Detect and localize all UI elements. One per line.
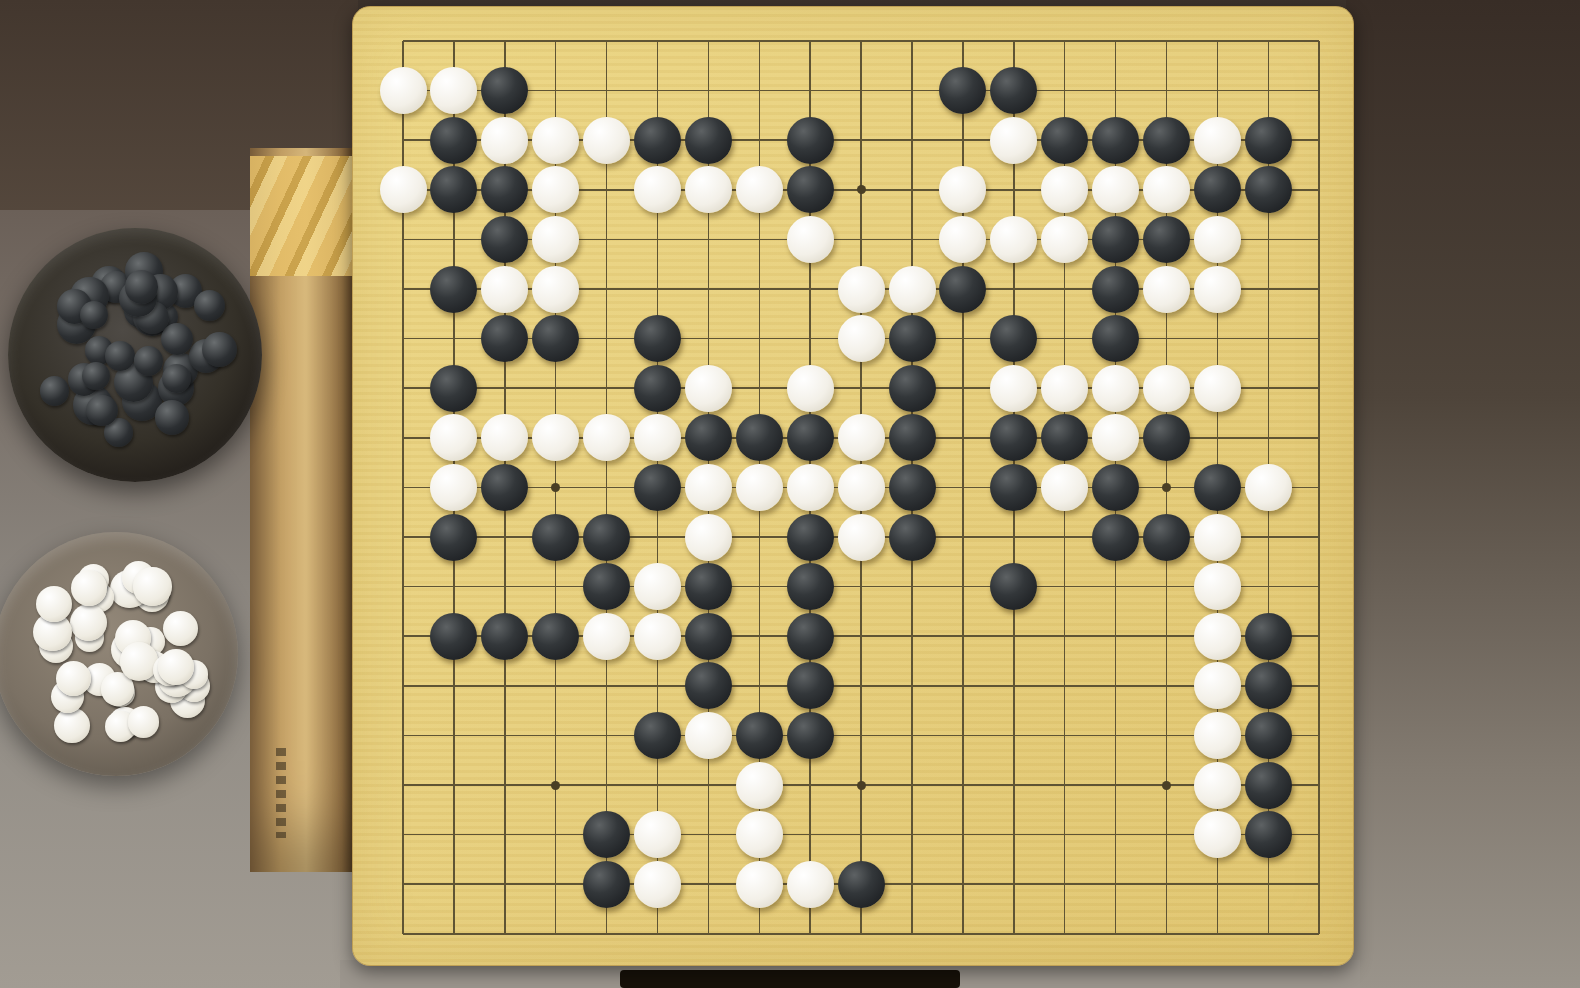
white-stone bbox=[1194, 216, 1241, 263]
black-stone bbox=[990, 464, 1037, 511]
white-stone bbox=[634, 414, 681, 461]
white-stone bbox=[1194, 662, 1241, 709]
loose-black-stone bbox=[162, 364, 191, 393]
white-stone bbox=[787, 365, 834, 412]
white-stone bbox=[430, 464, 477, 511]
black-stone bbox=[787, 712, 834, 759]
white-stone bbox=[481, 266, 528, 313]
star-point bbox=[1162, 483, 1171, 492]
board-gridline bbox=[403, 834, 1319, 836]
white-stone bbox=[736, 464, 783, 511]
black-stone bbox=[1092, 464, 1139, 511]
black-stone bbox=[634, 117, 681, 164]
loose-white-stone bbox=[163, 611, 198, 646]
black-stone bbox=[634, 464, 681, 511]
loose-black-stone bbox=[80, 301, 108, 329]
black-stone bbox=[430, 266, 477, 313]
black-stone bbox=[838, 861, 885, 908]
loose-white-stone bbox=[128, 706, 160, 738]
white-stone bbox=[736, 762, 783, 809]
board-gridline bbox=[1318, 41, 1320, 934]
white-stone bbox=[1092, 365, 1139, 412]
loose-black-stone bbox=[194, 290, 225, 321]
white-stone bbox=[634, 166, 681, 213]
white-stone bbox=[1194, 514, 1241, 561]
white-stone bbox=[1194, 811, 1241, 858]
black-stone bbox=[583, 861, 630, 908]
loose-black-stone bbox=[105, 341, 135, 371]
black-stone bbox=[1194, 464, 1241, 511]
black-stone bbox=[1245, 762, 1292, 809]
white-stone bbox=[838, 464, 885, 511]
white-stone bbox=[838, 514, 885, 561]
black-stone bbox=[481, 315, 528, 362]
white-stone bbox=[583, 117, 630, 164]
black-stone bbox=[1092, 266, 1139, 313]
white-stone bbox=[532, 117, 579, 164]
black-stone bbox=[481, 67, 528, 114]
black-stone bbox=[430, 514, 477, 561]
white-stone bbox=[685, 514, 732, 561]
black-stone bbox=[1245, 811, 1292, 858]
black-stone bbox=[787, 514, 834, 561]
box-side-markings bbox=[276, 748, 286, 838]
white-stone bbox=[1041, 166, 1088, 213]
black-stone bbox=[634, 712, 681, 759]
white-stone-bowl bbox=[0, 532, 238, 776]
white-stone bbox=[838, 414, 885, 461]
white-stone bbox=[1143, 365, 1190, 412]
black-stone bbox=[481, 613, 528, 660]
black-stone bbox=[634, 315, 681, 362]
wooden-storage-box bbox=[250, 148, 352, 872]
loose-white-stone bbox=[133, 567, 171, 605]
gold-ribbon-pattern bbox=[250, 156, 352, 276]
white-stone bbox=[939, 166, 986, 213]
black-stone bbox=[685, 117, 732, 164]
white-stone bbox=[1092, 166, 1139, 213]
black-stone bbox=[1245, 712, 1292, 759]
white-stone bbox=[685, 712, 732, 759]
star-point bbox=[551, 781, 560, 790]
black-stone-bowl bbox=[8, 228, 262, 482]
white-stone bbox=[889, 266, 936, 313]
white-stone bbox=[532, 166, 579, 213]
white-stone bbox=[1092, 414, 1139, 461]
board-gridline bbox=[403, 933, 1319, 935]
black-stone bbox=[787, 662, 834, 709]
black-stone bbox=[583, 563, 630, 610]
loose-white-stone bbox=[36, 586, 72, 622]
white-stone bbox=[990, 365, 1037, 412]
white-stone bbox=[1194, 613, 1241, 660]
board-gridline bbox=[403, 586, 1319, 588]
black-stone bbox=[1092, 514, 1139, 561]
white-stone bbox=[634, 563, 681, 610]
white-stone bbox=[685, 166, 732, 213]
loose-black-stone bbox=[86, 395, 117, 426]
white-stone bbox=[736, 166, 783, 213]
white-stone bbox=[1194, 563, 1241, 610]
black-stone bbox=[634, 365, 681, 412]
white-stone bbox=[685, 464, 732, 511]
black-stone bbox=[430, 117, 477, 164]
white-stone bbox=[1194, 762, 1241, 809]
black-stone bbox=[685, 414, 732, 461]
white-stone bbox=[380, 67, 427, 114]
black-stone bbox=[430, 613, 477, 660]
loose-white-stone bbox=[158, 649, 194, 685]
black-stone bbox=[481, 216, 528, 263]
white-stone bbox=[532, 414, 579, 461]
black-stone bbox=[889, 514, 936, 561]
white-stone bbox=[939, 216, 986, 263]
white-stone bbox=[1194, 712, 1241, 759]
go-game-photo bbox=[0, 0, 1580, 988]
loose-black-stone bbox=[40, 376, 70, 406]
black-stone bbox=[1143, 117, 1190, 164]
black-stone bbox=[787, 166, 834, 213]
white-stone bbox=[583, 613, 630, 660]
black-stone bbox=[1041, 117, 1088, 164]
black-stone bbox=[685, 662, 732, 709]
white-stone bbox=[430, 414, 477, 461]
black-stone bbox=[481, 464, 528, 511]
white-stone bbox=[1143, 166, 1190, 213]
white-stone bbox=[787, 861, 834, 908]
white-stone bbox=[1194, 117, 1241, 164]
black-stone bbox=[990, 67, 1037, 114]
white-stone bbox=[1143, 266, 1190, 313]
white-stone bbox=[380, 166, 427, 213]
loose-white-stone bbox=[120, 642, 159, 681]
black-stone bbox=[787, 613, 834, 660]
white-stone bbox=[787, 216, 834, 263]
black-stone bbox=[939, 67, 986, 114]
star-point bbox=[551, 483, 560, 492]
black-stone bbox=[889, 315, 936, 362]
loose-white-stone bbox=[56, 661, 91, 696]
white-stone bbox=[1041, 464, 1088, 511]
black-stone bbox=[889, 365, 936, 412]
board-gridline bbox=[403, 735, 1319, 737]
white-stone bbox=[430, 67, 477, 114]
black-stone bbox=[583, 514, 630, 561]
loose-black-stone bbox=[202, 332, 237, 367]
black-stone bbox=[1245, 166, 1292, 213]
white-stone bbox=[481, 117, 528, 164]
white-stone bbox=[838, 266, 885, 313]
black-stone bbox=[685, 563, 732, 610]
loose-white-stone bbox=[70, 604, 107, 641]
black-stone bbox=[787, 563, 834, 610]
black-stone bbox=[736, 712, 783, 759]
white-stone bbox=[990, 117, 1037, 164]
black-stone bbox=[990, 563, 1037, 610]
white-stone bbox=[787, 464, 834, 511]
white-stone bbox=[634, 861, 681, 908]
loose-white-stone bbox=[54, 708, 90, 744]
black-stone bbox=[1143, 414, 1190, 461]
black-stone bbox=[990, 414, 1037, 461]
black-stone bbox=[736, 414, 783, 461]
white-stone bbox=[634, 811, 681, 858]
star-point bbox=[857, 781, 866, 790]
white-stone bbox=[1041, 216, 1088, 263]
black-stone bbox=[430, 365, 477, 412]
black-stone bbox=[583, 811, 630, 858]
black-stone bbox=[532, 514, 579, 561]
black-stone bbox=[889, 414, 936, 461]
black-stone bbox=[532, 613, 579, 660]
loose-black-stone bbox=[125, 270, 159, 304]
white-stone bbox=[838, 315, 885, 362]
black-stone bbox=[990, 315, 1037, 362]
black-stone bbox=[787, 414, 834, 461]
loose-black-stone bbox=[82, 362, 110, 390]
loose-black-stone bbox=[134, 346, 164, 376]
black-stone bbox=[1194, 166, 1241, 213]
white-stone bbox=[532, 216, 579, 263]
white-stone bbox=[685, 365, 732, 412]
white-stone bbox=[481, 414, 528, 461]
black-stone bbox=[532, 315, 579, 362]
white-stone bbox=[736, 861, 783, 908]
table-surface bbox=[1346, 0, 1580, 988]
white-stone bbox=[583, 414, 630, 461]
table-shadow bbox=[620, 970, 960, 988]
white-stone bbox=[1245, 464, 1292, 511]
loose-black-stone bbox=[155, 400, 189, 434]
black-stone bbox=[1092, 117, 1139, 164]
white-stone bbox=[736, 811, 783, 858]
black-stone bbox=[787, 117, 834, 164]
black-stone bbox=[1092, 216, 1139, 263]
black-stone bbox=[1092, 315, 1139, 362]
black-stone bbox=[939, 266, 986, 313]
star-point bbox=[857, 185, 866, 194]
white-stone bbox=[1194, 266, 1241, 313]
black-stone bbox=[1245, 662, 1292, 709]
black-stone bbox=[889, 464, 936, 511]
black-stone bbox=[481, 166, 528, 213]
black-stone bbox=[1245, 613, 1292, 660]
go-board[interactable] bbox=[352, 6, 1354, 966]
white-stone bbox=[532, 266, 579, 313]
loose-black-stone bbox=[161, 323, 193, 355]
black-stone bbox=[1245, 117, 1292, 164]
board-gridline bbox=[403, 685, 1319, 687]
black-stone bbox=[430, 166, 477, 213]
white-stone bbox=[1041, 365, 1088, 412]
black-stone bbox=[1041, 414, 1088, 461]
white-stone bbox=[990, 216, 1037, 263]
white-stone bbox=[634, 613, 681, 660]
black-stone bbox=[1143, 216, 1190, 263]
white-stone bbox=[1194, 365, 1241, 412]
black-stone bbox=[685, 613, 732, 660]
black-stone bbox=[1143, 514, 1190, 561]
star-point bbox=[1162, 781, 1171, 790]
